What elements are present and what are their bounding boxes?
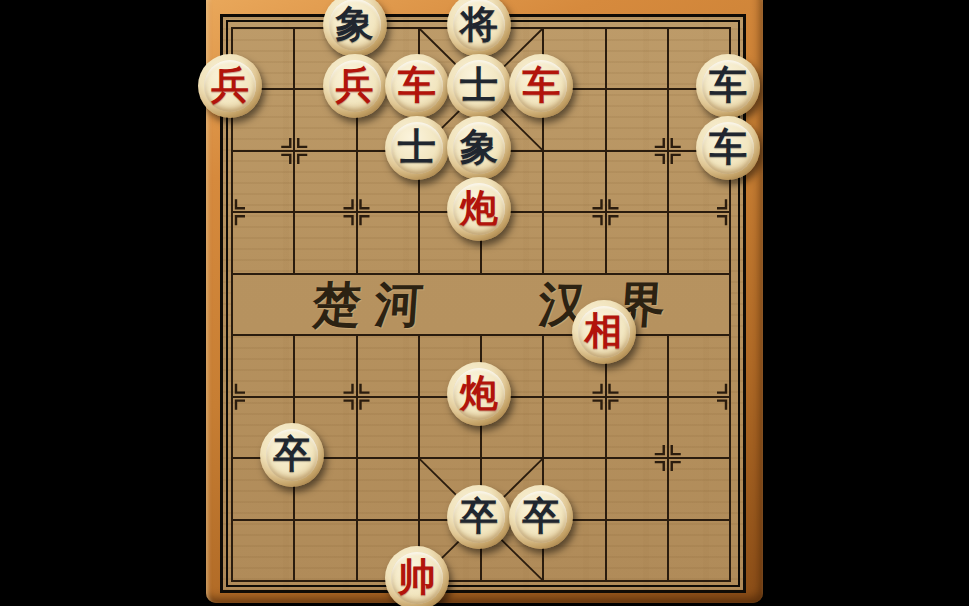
piece-glyph: 象	[336, 5, 374, 43]
xiangqi-board: 楚河 汉界 象将兵兵车士车车士象车炮相炮卒卒卒帅	[206, 0, 763, 603]
piece-black-chariot[interactable]: 车	[696, 54, 760, 118]
piece-glyph: 士	[460, 66, 498, 104]
piece-red-chariot[interactable]: 车	[385, 54, 449, 118]
piece-glyph: 帅	[398, 558, 436, 596]
piece-black-advisor[interactable]: 士	[385, 116, 449, 180]
river-label-left: 楚河	[311, 277, 439, 332]
piece-black-soldier[interactable]: 卒	[447, 485, 511, 549]
piece-red-soldier[interactable]: 兵	[323, 54, 387, 118]
piece-red-general[interactable]: 帅	[385, 546, 449, 606]
app-background: 楚河 汉界 象将兵兵车士车车士象车炮相炮卒卒卒帅	[0, 0, 969, 606]
piece-glyph: 卒	[273, 435, 311, 473]
piece-red-cannon[interactable]: 炮	[447, 177, 511, 241]
piece-black-advisor[interactable]: 士	[447, 54, 511, 118]
piece-red-soldier[interactable]: 兵	[198, 54, 262, 118]
piece-glyph: 将	[460, 5, 498, 43]
piece-glyph: 车	[709, 66, 747, 104]
piece-glyph: 车	[398, 66, 436, 104]
piece-glyph: 卒	[460, 497, 498, 535]
river: 楚河 汉界	[233, 275, 729, 334]
piece-black-soldier[interactable]: 卒	[509, 485, 573, 549]
piece-glyph: 士	[398, 128, 436, 166]
piece-black-soldier[interactable]: 卒	[260, 423, 324, 487]
piece-glyph: 卒	[522, 497, 560, 535]
piece-glyph: 炮	[460, 374, 498, 412]
piece-black-elephant[interactable]: 象	[447, 116, 511, 180]
piece-glyph: 车	[522, 66, 560, 104]
piece-red-elephant[interactable]: 相	[572, 300, 636, 364]
piece-glyph: 相	[585, 312, 623, 350]
piece-glyph: 炮	[460, 189, 498, 227]
piece-black-chariot[interactable]: 车	[696, 116, 760, 180]
piece-glyph: 车	[709, 128, 747, 166]
piece-glyph: 兵	[211, 66, 249, 104]
piece-glyph: 兵	[336, 66, 374, 104]
piece-red-cannon[interactable]: 炮	[447, 362, 511, 426]
piece-glyph: 象	[460, 128, 498, 166]
